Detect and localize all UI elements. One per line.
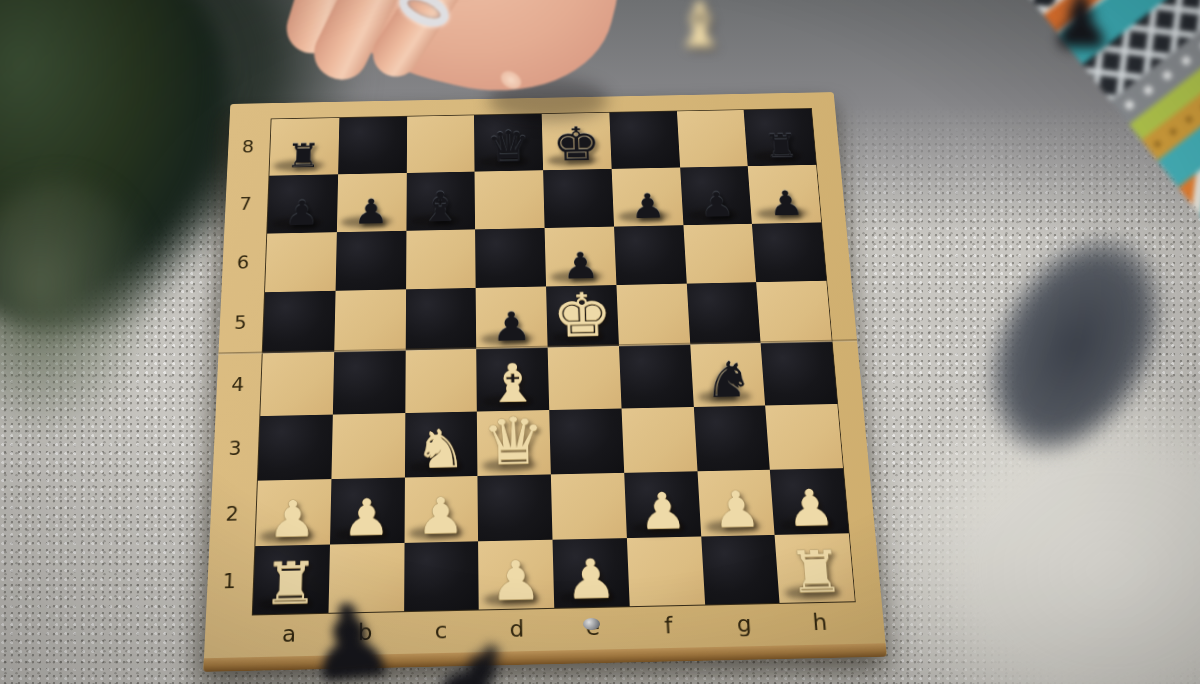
piece-white-knight-c3[interactable]: ♞ <box>404 412 477 478</box>
piece-black-rook-h8[interactable]: ♜ <box>744 108 816 165</box>
pawn-glyph: ♟ <box>404 491 478 542</box>
pawn-glyph: ♟ <box>254 494 330 545</box>
queen-glyph: ♛ <box>474 125 543 169</box>
piece-black-rook-a8[interactable]: ♜ <box>269 117 339 175</box>
bishop-glyph: ♝ <box>476 356 549 409</box>
pawn-glyph: ♟ <box>266 196 336 231</box>
captured-black-pawn-foreground-1[interactable]: ♟ <box>300 588 400 684</box>
pawn-glyph: ♟ <box>553 551 630 606</box>
file-label-h: h <box>781 609 859 636</box>
piece-black-pawn-e6[interactable]: ♟ <box>545 226 617 287</box>
queen-glyph: ♛ <box>477 408 551 474</box>
rank-label-7: 7 <box>225 194 266 214</box>
dark-piece-top-right[interactable]: ♟ <box>1048 0 1113 56</box>
piece-black-pawn-h7[interactable]: ♟ <box>749 164 823 223</box>
piece-white-pawn-d1[interactable]: ♟ <box>478 541 554 611</box>
piece-white-rook-h1[interactable]: ♜ <box>776 534 856 604</box>
pawn-glyph: ♟ <box>698 484 775 535</box>
board-clasp <box>583 618 600 630</box>
king-glyph: ♚ <box>546 285 619 346</box>
piece-black-knight-g4[interactable]: ♞ <box>690 343 766 407</box>
rank-label-2: 2 <box>210 503 254 526</box>
piece-black-pawn-b7[interactable]: ♟ <box>336 172 406 231</box>
file-label-g: g <box>706 611 783 638</box>
king-glyph: ♚ <box>542 121 612 168</box>
rook-glyph: ♜ <box>776 543 855 602</box>
rank-label-8: 8 <box>228 137 268 157</box>
pawn-glyph: ♟ <box>681 187 752 222</box>
pawn-glyph: ♟ <box>613 189 684 224</box>
knight-glyph: ♞ <box>691 354 766 405</box>
piece-white-pawn-a2[interactable]: ♟ <box>254 479 330 547</box>
captured-white-piece-behind-board[interactable]: ♝ <box>672 0 728 56</box>
bishop-glyph: ♝ <box>406 186 476 228</box>
rank-label-5: 5 <box>219 312 261 333</box>
file-label-f: f <box>630 612 707 639</box>
rank-label-6: 6 <box>222 252 263 273</box>
rank-label-1: 1 <box>207 570 252 594</box>
rook-glyph: ♜ <box>269 139 338 173</box>
rank-label-3: 3 <box>213 437 256 459</box>
pawn-glyph: ♟ <box>772 483 850 534</box>
piece-white-pawn-f2[interactable]: ♟ <box>624 471 701 539</box>
piece-white-pawn-e1[interactable]: ♟ <box>553 539 630 609</box>
piece-white-queen-d3[interactable]: ♛ <box>477 410 551 476</box>
pawn-glyph: ♟ <box>336 194 406 229</box>
piece-white-pawn-b2[interactable]: ♟ <box>329 478 404 546</box>
piece-black-queen-d8-touched[interactable]: ♛ <box>474 113 543 171</box>
piece-black-pawn-g7[interactable]: ♟ <box>680 165 753 224</box>
pawn-glyph: ♟ <box>478 553 554 608</box>
rank-label-4: 4 <box>216 374 259 396</box>
piece-black-bishop-c7[interactable]: ♝ <box>406 171 476 230</box>
piece-black-pawn-a7[interactable]: ♟ <box>266 174 337 233</box>
piece-black-pawn-d5[interactable]: ♟ <box>476 286 548 348</box>
rook-glyph: ♜ <box>746 129 817 163</box>
knight-glyph: ♞ <box>404 421 477 475</box>
piece-black-pawn-f7[interactable]: ♟ <box>612 167 684 226</box>
piece-white-king-e5[interactable]: ♚ <box>546 285 619 347</box>
piece-layer: ♜♛♚♜♟♟♝♟♟♟♟♟♚♝♞♞♛♟♟♟♟♟♟♟♟♜♜ <box>203 92 886 671</box>
pawn-glyph: ♟ <box>750 186 822 221</box>
chess-board: 87654321 abcdefgh ♜♛♚♜♟♟♝♟♟♟♟♟♚♝♞♞♛♟♟♟♟♟… <box>203 92 886 671</box>
photo-scene: 87654321 abcdefgh ♜♛♚♜♟♟♝♟♟♟♟♟♚♝♞♞♛♟♟♟♟♟… <box>0 0 1200 684</box>
pawn-glyph: ♟ <box>476 306 548 347</box>
